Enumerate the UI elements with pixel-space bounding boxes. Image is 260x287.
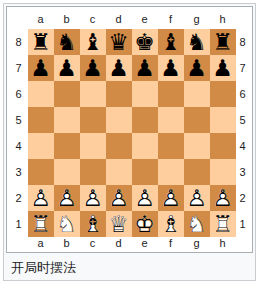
square-a5 bbox=[28, 107, 54, 133]
piece-outline-layer: ♙ bbox=[210, 185, 236, 211]
corner-top-left bbox=[10, 10, 28, 29]
square-a1: ♜♖ bbox=[28, 211, 54, 237]
piece-black-king: ♚ bbox=[132, 29, 158, 55]
piece-outline-layer: ♗ bbox=[158, 211, 184, 237]
square-c2: ♟♙ bbox=[80, 185, 106, 211]
square-g6 bbox=[184, 81, 210, 107]
piece-fill-layer: ♟ bbox=[184, 55, 210, 81]
square-f3 bbox=[158, 159, 184, 185]
piece-white-pawn: ♟♙ bbox=[158, 185, 184, 211]
square-h3 bbox=[210, 159, 236, 185]
piece-fill-layer: ♝ bbox=[158, 29, 184, 55]
file-label-top-a: a bbox=[28, 10, 54, 29]
square-c6 bbox=[80, 81, 106, 107]
piece-black-rook: ♜ bbox=[28, 29, 54, 55]
square-e6 bbox=[132, 81, 158, 107]
piece-outline-layer: ♗ bbox=[80, 211, 106, 237]
piece-black-pawn: ♟ bbox=[28, 55, 54, 81]
square-f5 bbox=[158, 107, 184, 133]
rank-label-left-5: 5 bbox=[10, 107, 28, 133]
square-a6 bbox=[28, 81, 54, 107]
file-label-bottom-d: d bbox=[106, 237, 132, 250]
square-a4 bbox=[28, 133, 54, 159]
square-g5 bbox=[184, 107, 210, 133]
piece-white-pawn: ♟♙ bbox=[210, 185, 236, 211]
file-label-bottom-h: h bbox=[210, 237, 236, 250]
piece-outline-layer: ♖ bbox=[210, 211, 236, 237]
square-h1: ♜♖ bbox=[210, 211, 236, 237]
piece-fill-layer: ♞ bbox=[54, 29, 80, 55]
file-label-bottom-f: f bbox=[158, 237, 184, 250]
square-a2: ♟♙ bbox=[28, 185, 54, 211]
piece-outline-layer: ♙ bbox=[80, 185, 106, 211]
file-label-top-e: e bbox=[132, 10, 158, 29]
square-d4 bbox=[106, 133, 132, 159]
piece-outline-layer: ♙ bbox=[28, 185, 54, 211]
rank-label-right-5: 5 bbox=[236, 107, 250, 133]
square-c1: ♝♗ bbox=[80, 211, 106, 237]
square-g4 bbox=[184, 133, 210, 159]
square-f1: ♝♗ bbox=[158, 211, 184, 237]
piece-outline-layer: ♘ bbox=[184, 211, 210, 237]
chess-diagram-box: abcdefgh8♜♞♝♛♚♝♞♜87♟♟♟♟♟♟♟♟7665544332♟♙♟… bbox=[6, 6, 253, 253]
chess-board: abcdefgh8♜♞♝♛♚♝♞♜87♟♟♟♟♟♟♟♟7665544332♟♙♟… bbox=[10, 10, 250, 250]
square-e2: ♟♙ bbox=[132, 185, 158, 211]
piece-white-pawn: ♟♙ bbox=[132, 185, 158, 211]
square-c7: ♟ bbox=[80, 55, 106, 81]
square-e1: ♚♔ bbox=[132, 211, 158, 237]
piece-white-pawn: ♟♙ bbox=[184, 185, 210, 211]
file-label-bottom-a: a bbox=[28, 237, 54, 250]
square-e3 bbox=[132, 159, 158, 185]
piece-black-bishop: ♝ bbox=[158, 29, 184, 55]
square-b4 bbox=[54, 133, 80, 159]
piece-fill-layer: ♟ bbox=[106, 55, 132, 81]
square-e5 bbox=[132, 107, 158, 133]
square-d3 bbox=[106, 159, 132, 185]
piece-fill-layer: ♟ bbox=[132, 55, 158, 81]
corner-bottom-left bbox=[10, 237, 28, 250]
piece-white-pawn: ♟♙ bbox=[28, 185, 54, 211]
piece-outline-layer: ♔ bbox=[132, 211, 158, 237]
file-label-top-h: h bbox=[210, 10, 236, 29]
caption-bar: 开局时摆法 bbox=[4, 255, 255, 280]
piece-white-bishop: ♝♗ bbox=[158, 211, 184, 237]
square-d6 bbox=[106, 81, 132, 107]
piece-outline-layer: ♙ bbox=[184, 185, 210, 211]
rank-label-left-2: 2 bbox=[10, 185, 28, 211]
rank-label-left-6: 6 bbox=[10, 81, 28, 107]
piece-white-knight: ♞♘ bbox=[184, 211, 210, 237]
piece-outline-layer: ♙ bbox=[54, 185, 80, 211]
piece-fill-layer: ♟ bbox=[54, 55, 80, 81]
square-c8: ♝ bbox=[80, 29, 106, 55]
square-e7: ♟ bbox=[132, 55, 158, 81]
square-h2: ♟♙ bbox=[210, 185, 236, 211]
square-g2: ♟♙ bbox=[184, 185, 210, 211]
piece-black-bishop: ♝ bbox=[80, 29, 106, 55]
piece-black-knight: ♞ bbox=[54, 29, 80, 55]
piece-fill-layer: ♟ bbox=[80, 55, 106, 81]
piece-white-pawn: ♟♙ bbox=[54, 185, 80, 211]
square-b6 bbox=[54, 81, 80, 107]
piece-black-pawn: ♟ bbox=[158, 55, 184, 81]
square-e8: ♚ bbox=[132, 29, 158, 55]
piece-outline-layer: ♕ bbox=[106, 211, 132, 237]
rank-label-left-1: 1 bbox=[10, 211, 28, 237]
square-h4 bbox=[210, 133, 236, 159]
piece-outline-layer: ♙ bbox=[106, 185, 132, 211]
piece-fill-layer: ♟ bbox=[210, 55, 236, 81]
piece-white-rook: ♜♖ bbox=[28, 211, 54, 237]
square-e4 bbox=[132, 133, 158, 159]
piece-outline-layer: ♙ bbox=[158, 185, 184, 211]
square-a7: ♟ bbox=[28, 55, 54, 81]
file-label-bottom-c: c bbox=[80, 237, 106, 250]
square-f8: ♝ bbox=[158, 29, 184, 55]
piece-fill-layer: ♟ bbox=[28, 55, 54, 81]
piece-white-rook: ♜♖ bbox=[210, 211, 236, 237]
caption: 开局时摆法 bbox=[11, 259, 76, 277]
piece-outline-layer: ♖ bbox=[28, 211, 54, 237]
square-f4 bbox=[158, 133, 184, 159]
piece-outline-layer: ♙ bbox=[132, 185, 158, 211]
rank-label-right-4: 4 bbox=[236, 133, 250, 159]
piece-black-pawn: ♟ bbox=[132, 55, 158, 81]
square-d2: ♟♙ bbox=[106, 185, 132, 211]
piece-white-king: ♚♔ bbox=[132, 211, 158, 237]
file-label-top-f: f bbox=[158, 10, 184, 29]
rank-label-right-7: 7 bbox=[236, 55, 250, 81]
piece-fill-layer: ♜ bbox=[210, 29, 236, 55]
piece-fill-layer: ♜ bbox=[28, 29, 54, 55]
square-c3 bbox=[80, 159, 106, 185]
piece-black-pawn: ♟ bbox=[210, 55, 236, 81]
square-a8: ♜ bbox=[28, 29, 54, 55]
rank-label-right-2: 2 bbox=[236, 185, 250, 211]
corner-bottom-right bbox=[236, 237, 250, 250]
piece-white-queen: ♛♕ bbox=[106, 211, 132, 237]
piece-white-pawn: ♟♙ bbox=[106, 185, 132, 211]
piece-white-knight: ♞♘ bbox=[54, 211, 80, 237]
file-label-bottom-b: b bbox=[54, 237, 80, 250]
square-d5 bbox=[106, 107, 132, 133]
piece-fill-layer: ♛ bbox=[106, 29, 132, 55]
piece-black-pawn: ♟ bbox=[80, 55, 106, 81]
square-g1: ♞♘ bbox=[184, 211, 210, 237]
piece-black-knight: ♞ bbox=[184, 29, 210, 55]
rank-label-left-4: 4 bbox=[10, 133, 28, 159]
piece-black-queen: ♛ bbox=[106, 29, 132, 55]
file-label-top-b: b bbox=[54, 10, 80, 29]
rank-label-right-6: 6 bbox=[236, 81, 250, 107]
file-label-bottom-g: g bbox=[184, 237, 210, 250]
square-b7: ♟ bbox=[54, 55, 80, 81]
piece-black-pawn: ♟ bbox=[54, 55, 80, 81]
piece-black-pawn: ♟ bbox=[184, 55, 210, 81]
corner-top-right bbox=[236, 10, 250, 29]
square-d7: ♟ bbox=[106, 55, 132, 81]
rank-label-right-8: 8 bbox=[236, 29, 250, 55]
chess-diagram-figure[interactable]: abcdefgh8♜♞♝♛♚♝♞♜87♟♟♟♟♟♟♟♟7665544332♟♙♟… bbox=[3, 3, 256, 281]
rank-label-left-8: 8 bbox=[10, 29, 28, 55]
file-label-top-d: d bbox=[106, 10, 132, 29]
square-b1: ♞♘ bbox=[54, 211, 80, 237]
square-f2: ♟♙ bbox=[158, 185, 184, 211]
square-f7: ♟ bbox=[158, 55, 184, 81]
square-h8: ♜ bbox=[210, 29, 236, 55]
file-label-top-c: c bbox=[80, 10, 106, 29]
piece-white-bishop: ♝♗ bbox=[80, 211, 106, 237]
file-label-bottom-e: e bbox=[132, 237, 158, 250]
square-b3 bbox=[54, 159, 80, 185]
piece-fill-layer: ♚ bbox=[132, 29, 158, 55]
square-d1: ♛♕ bbox=[106, 211, 132, 237]
file-label-top-g: g bbox=[184, 10, 210, 29]
square-g7: ♟ bbox=[184, 55, 210, 81]
square-h5 bbox=[210, 107, 236, 133]
square-d8: ♛ bbox=[106, 29, 132, 55]
piece-white-pawn: ♟♙ bbox=[80, 185, 106, 211]
piece-fill-layer: ♟ bbox=[158, 55, 184, 81]
piece-outline-layer: ♘ bbox=[54, 211, 80, 237]
square-c4 bbox=[80, 133, 106, 159]
rank-label-left-7: 7 bbox=[10, 55, 28, 81]
square-b5 bbox=[54, 107, 80, 133]
piece-black-rook: ♜ bbox=[210, 29, 236, 55]
rank-label-right-1: 1 bbox=[236, 211, 250, 237]
square-f6 bbox=[158, 81, 184, 107]
piece-fill-layer: ♝ bbox=[80, 29, 106, 55]
square-g8: ♞ bbox=[184, 29, 210, 55]
square-b2: ♟♙ bbox=[54, 185, 80, 211]
piece-black-pawn: ♟ bbox=[106, 55, 132, 81]
piece-fill-layer: ♞ bbox=[184, 29, 210, 55]
square-a3 bbox=[28, 159, 54, 185]
square-c5 bbox=[80, 107, 106, 133]
rank-label-left-3: 3 bbox=[10, 159, 28, 185]
square-g3 bbox=[184, 159, 210, 185]
rank-label-right-3: 3 bbox=[236, 159, 250, 185]
square-h6 bbox=[210, 81, 236, 107]
square-b8: ♞ bbox=[54, 29, 80, 55]
square-h7: ♟ bbox=[210, 55, 236, 81]
